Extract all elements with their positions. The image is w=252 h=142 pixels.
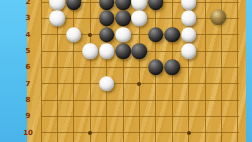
black-stone-5-2 — [99, 0, 115, 10]
ghost-stone-preview — [211, 10, 227, 26]
row-label-5: 5 — [21, 47, 35, 55]
go-board[interactable] — [27, 0, 246, 142]
black-stone-6-3 — [115, 11, 131, 27]
row-label-4: 4 — [21, 31, 35, 39]
row-label-3: 3 — [21, 14, 35, 22]
white-stone-6-4 — [115, 27, 131, 43]
black-stone-5-3 — [99, 11, 115, 27]
star-point-4-4 — [88, 33, 92, 37]
row-label-8: 8 — [21, 96, 35, 104]
grid-hline-9 — [41, 116, 239, 117]
grid-vline-13 — [237, 0, 238, 142]
black-stone-8-2 — [148, 0, 164, 10]
white-stone-10-5 — [181, 43, 197, 59]
white-stone-2-3 — [50, 11, 66, 27]
black-stone-3-2 — [66, 0, 82, 10]
white-stone-3-4 — [66, 27, 82, 43]
black-stone-6-2 — [115, 0, 131, 10]
star-point-7-7 — [137, 82, 141, 86]
white-stone-7-2 — [132, 0, 148, 10]
grid-vline-11 — [205, 0, 206, 142]
grid-vline-1 — [41, 0, 42, 142]
row-label-10: 10 — [21, 129, 35, 137]
row-label-6: 6 — [21, 63, 35, 71]
star-point-10-10 — [187, 131, 191, 135]
grid-hline-8 — [41, 100, 239, 101]
white-stone-7-3 — [132, 11, 148, 27]
white-stone-4-5 — [82, 43, 98, 59]
black-stone-5-4 — [99, 27, 115, 43]
black-stone-8-6 — [148, 60, 164, 76]
star-point-4-10 — [88, 131, 92, 135]
white-stone-2-2 — [50, 0, 66, 10]
black-stone-9-4 — [164, 27, 180, 43]
black-stone-6-5 — [115, 43, 131, 59]
grid-hline-6 — [41, 67, 239, 68]
white-stone-10-2 — [181, 0, 197, 10]
row-label-2: 2 — [21, 0, 35, 6]
grid-vline-3 — [73, 0, 74, 142]
row-label-9: 9 — [21, 112, 35, 120]
white-stone-5-5 — [99, 43, 115, 59]
row-label-7: 7 — [21, 80, 35, 88]
grid-hline-10 — [41, 132, 239, 133]
app-screen: 2345678910 — [0, 0, 252, 142]
black-stone-8-4 — [148, 27, 164, 43]
black-stone-9-6 — [164, 60, 180, 76]
grid-vline-4 — [90, 0, 91, 142]
black-stone-7-5 — [132, 43, 148, 59]
white-stone-10-4 — [181, 27, 197, 43]
white-stone-5-7 — [99, 76, 115, 92]
white-stone-10-3 — [181, 11, 197, 27]
